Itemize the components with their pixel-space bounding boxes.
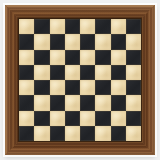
square-g2[interactable] xyxy=(111,111,126,126)
square-g3[interactable] xyxy=(111,95,126,110)
square-b5[interactable] xyxy=(34,65,49,80)
square-g4[interactable] xyxy=(111,80,126,95)
square-a5[interactable] xyxy=(19,65,34,80)
square-e3[interactable] xyxy=(80,95,95,110)
board-frame-left xyxy=(5,5,19,155)
square-c6[interactable] xyxy=(50,50,65,65)
page-background xyxy=(0,0,160,160)
square-a3[interactable] xyxy=(19,95,34,110)
square-d8[interactable] xyxy=(65,19,80,34)
square-h1[interactable] xyxy=(126,126,141,141)
square-f8[interactable] xyxy=(95,19,110,34)
square-d7[interactable] xyxy=(65,34,80,49)
square-b2[interactable] xyxy=(34,111,49,126)
square-a1[interactable] xyxy=(19,126,34,141)
square-g7[interactable] xyxy=(111,34,126,49)
square-g5[interactable] xyxy=(111,65,126,80)
square-d1[interactable] xyxy=(65,126,80,141)
square-a7[interactable] xyxy=(19,34,34,49)
square-f2[interactable] xyxy=(95,111,110,126)
square-e5[interactable] xyxy=(80,65,95,80)
board-squares xyxy=(19,19,141,141)
square-d5[interactable] xyxy=(65,65,80,80)
square-b8[interactable] xyxy=(34,19,49,34)
square-d2[interactable] xyxy=(65,111,80,126)
square-h2[interactable] xyxy=(126,111,141,126)
board-frame-right xyxy=(141,5,155,155)
square-c5[interactable] xyxy=(50,65,65,80)
square-d3[interactable] xyxy=(65,95,80,110)
square-h4[interactable] xyxy=(126,80,141,95)
square-a8[interactable] xyxy=(19,19,34,34)
square-c8[interactable] xyxy=(50,19,65,34)
square-f7[interactable] xyxy=(95,34,110,49)
square-f1[interactable] xyxy=(95,126,110,141)
square-b7[interactable] xyxy=(34,34,49,49)
square-c2[interactable] xyxy=(50,111,65,126)
square-c1[interactable] xyxy=(50,126,65,141)
square-e1[interactable] xyxy=(80,126,95,141)
square-f4[interactable] xyxy=(95,80,110,95)
square-b1[interactable] xyxy=(34,126,49,141)
square-h6[interactable] xyxy=(126,50,141,65)
square-b4[interactable] xyxy=(34,80,49,95)
square-e4[interactable] xyxy=(80,80,95,95)
square-b3[interactable] xyxy=(34,95,49,110)
board-frame-top xyxy=(5,5,155,19)
square-c4[interactable] xyxy=(50,80,65,95)
square-d6[interactable] xyxy=(65,50,80,65)
square-c7[interactable] xyxy=(50,34,65,49)
square-e8[interactable] xyxy=(80,19,95,34)
square-b6[interactable] xyxy=(34,50,49,65)
square-g8[interactable] xyxy=(111,19,126,34)
square-h7[interactable] xyxy=(126,34,141,49)
square-g1[interactable] xyxy=(111,126,126,141)
square-h8[interactable] xyxy=(126,19,141,34)
board-frame-bottom xyxy=(5,141,155,155)
square-h3[interactable] xyxy=(126,95,141,110)
square-a2[interactable] xyxy=(19,111,34,126)
square-e6[interactable] xyxy=(80,50,95,65)
square-a4[interactable] xyxy=(19,80,34,95)
chess-board xyxy=(5,5,155,155)
square-e7[interactable] xyxy=(80,34,95,49)
square-h5[interactable] xyxy=(126,65,141,80)
square-g6[interactable] xyxy=(111,50,126,65)
square-f3[interactable] xyxy=(95,95,110,110)
square-c3[interactable] xyxy=(50,95,65,110)
square-f6[interactable] xyxy=(95,50,110,65)
square-f5[interactable] xyxy=(95,65,110,80)
square-e2[interactable] xyxy=(80,111,95,126)
square-a6[interactable] xyxy=(19,50,34,65)
square-d4[interactable] xyxy=(65,80,80,95)
